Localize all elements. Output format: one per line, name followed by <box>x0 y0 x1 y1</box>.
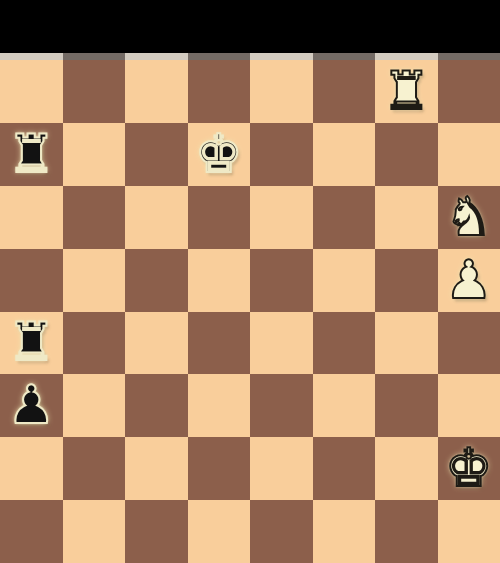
square-a3[interactable]: ♟ <box>0 374 63 437</box>
square-b3[interactable] <box>63 374 126 437</box>
piece-black-rook-a4[interactable]: ♜ <box>7 315 55 368</box>
square-a1[interactable] <box>0 500 63 563</box>
piece-white-rook-g8[interactable]: ♜ <box>382 64 430 117</box>
board-edge-segment-c <box>125 53 188 60</box>
square-b1[interactable] <box>63 500 126 563</box>
board-edge-segment-h <box>438 53 500 60</box>
square-h4[interactable] <box>438 312 500 375</box>
square-e7[interactable] <box>250 123 313 186</box>
square-f2[interactable] <box>313 437 376 500</box>
square-a5[interactable] <box>0 249 63 312</box>
square-h6[interactable]: ♞ <box>438 186 500 249</box>
square-a4[interactable]: ♜ <box>0 312 63 375</box>
square-g4[interactable] <box>375 312 438 375</box>
square-d6[interactable] <box>188 186 251 249</box>
board-edge-segment-f <box>313 53 376 60</box>
square-a7[interactable]: ♜ <box>0 123 63 186</box>
square-f3[interactable] <box>313 374 376 437</box>
square-h1[interactable] <box>438 500 500 563</box>
square-e6[interactable] <box>250 186 313 249</box>
square-b8[interactable] <box>63 60 126 123</box>
piece-white-knight-h6[interactable]: ♞ <box>445 190 493 243</box>
board-edge-segment-b <box>63 53 126 60</box>
square-b5[interactable] <box>63 249 126 312</box>
piece-black-pawn-a3[interactable]: ♟ <box>7 378 55 431</box>
board-top-edge-strip <box>0 53 500 60</box>
square-c7[interactable] <box>125 123 188 186</box>
square-d1[interactable] <box>188 500 251 563</box>
square-d2[interactable] <box>188 437 251 500</box>
square-g1[interactable] <box>375 500 438 563</box>
square-e4[interactable] <box>250 312 313 375</box>
piece-white-king-h2[interactable]: ♚ <box>445 441 493 494</box>
square-h5[interactable]: ♟ <box>438 249 500 312</box>
square-f5[interactable] <box>313 249 376 312</box>
square-g5[interactable] <box>375 249 438 312</box>
square-d4[interactable] <box>188 312 251 375</box>
square-d7[interactable]: ♚ <box>188 123 251 186</box>
board-edge-segment-g <box>375 53 438 60</box>
board-edge-segment-d <box>188 53 251 60</box>
square-f8[interactable] <box>313 60 376 123</box>
square-d8[interactable] <box>188 60 251 123</box>
top-black-band <box>0 0 500 53</box>
piece-black-king-d7[interactable]: ♚ <box>195 127 243 180</box>
square-h7[interactable] <box>438 123 500 186</box>
square-e3[interactable] <box>250 374 313 437</box>
square-e1[interactable] <box>250 500 313 563</box>
square-c1[interactable] <box>125 500 188 563</box>
square-g8[interactable]: ♜ <box>375 60 438 123</box>
square-b2[interactable] <box>63 437 126 500</box>
chess-board[interactable]: ♜♜♚♞♟♜♟♚ <box>0 60 500 563</box>
square-a8[interactable] <box>0 60 63 123</box>
square-c8[interactable] <box>125 60 188 123</box>
chess-app-screen: ♜♜♚♞♟♜♟♚ <box>0 0 500 563</box>
square-h2[interactable]: ♚ <box>438 437 500 500</box>
square-g3[interactable] <box>375 374 438 437</box>
square-c3[interactable] <box>125 374 188 437</box>
square-h3[interactable] <box>438 374 500 437</box>
square-c2[interactable] <box>125 437 188 500</box>
square-b4[interactable] <box>63 312 126 375</box>
square-e8[interactable] <box>250 60 313 123</box>
square-f6[interactable] <box>313 186 376 249</box>
board-edge-segment-a <box>0 53 63 60</box>
square-g7[interactable] <box>375 123 438 186</box>
square-c4[interactable] <box>125 312 188 375</box>
square-b6[interactable] <box>63 186 126 249</box>
square-c6[interactable] <box>125 186 188 249</box>
square-f1[interactable] <box>313 500 376 563</box>
square-c5[interactable] <box>125 249 188 312</box>
piece-black-rook-a7[interactable]: ♜ <box>7 127 55 180</box>
square-a6[interactable] <box>0 186 63 249</box>
square-f7[interactable] <box>313 123 376 186</box>
square-a2[interactable] <box>0 437 63 500</box>
square-e5[interactable] <box>250 249 313 312</box>
square-e2[interactable] <box>250 437 313 500</box>
piece-white-pawn-h5[interactable]: ♟ <box>445 253 493 306</box>
board-edge-segment-e <box>250 53 313 60</box>
square-h8[interactable] <box>438 60 500 123</box>
square-b7[interactable] <box>63 123 126 186</box>
square-g6[interactable] <box>375 186 438 249</box>
square-f4[interactable] <box>313 312 376 375</box>
square-g2[interactable] <box>375 437 438 500</box>
square-d5[interactable] <box>188 249 251 312</box>
square-d3[interactable] <box>188 374 251 437</box>
